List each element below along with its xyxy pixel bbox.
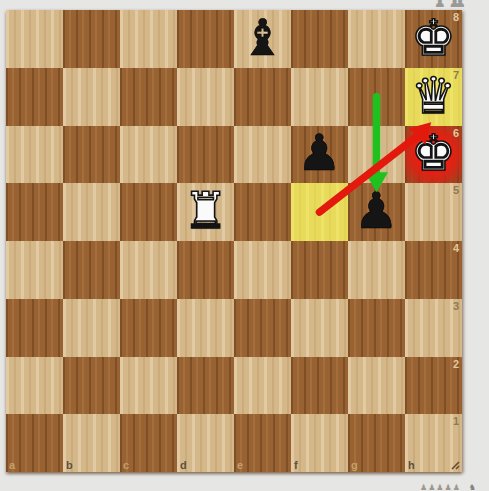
square-g7[interactable] xyxy=(348,68,405,126)
square-c8[interactable] xyxy=(120,10,177,68)
square-e4[interactable] xyxy=(234,241,291,299)
square-a5[interactable] xyxy=(6,183,63,241)
square-e1[interactable]: e xyxy=(234,414,291,472)
captured-micro-piece-icon: ♞ xyxy=(469,483,477,491)
captured-pieces-indicator-bottom: ♟♟♟♟♟ ♞ xyxy=(420,483,477,491)
square-overlay xyxy=(6,183,63,241)
square-c7[interactable] xyxy=(120,68,177,126)
chess-app-screenshot: ♟ ♟♟ ♝♚8♛7♟♚6♜♟5432abcdefg1h ♟♟♟♟♟ ♞ xyxy=(0,0,489,491)
square-b7[interactable] xyxy=(63,68,120,126)
square-f8[interactable] xyxy=(291,10,348,68)
square-overlay xyxy=(234,68,291,126)
square-b6[interactable] xyxy=(63,126,120,184)
square-d3[interactable] xyxy=(177,299,234,357)
captured-micro-pawns-icon: ♟♟♟♟♟ xyxy=(420,483,461,491)
square-e2[interactable] xyxy=(234,357,291,415)
square-f6[interactable]: ♟ xyxy=(291,126,348,184)
square-e3[interactable] xyxy=(234,299,291,357)
square-d8[interactable] xyxy=(177,10,234,68)
file-label-d: d xyxy=(180,459,187,471)
square-overlay xyxy=(291,357,348,415)
file-label-g: g xyxy=(351,459,358,471)
square-overlay xyxy=(120,299,177,357)
square-overlay xyxy=(63,241,120,299)
square-c2[interactable] xyxy=(120,357,177,415)
square-overlay xyxy=(348,299,405,357)
square-overlay xyxy=(291,414,348,472)
square-overlay xyxy=(291,68,348,126)
square-h4[interactable]: 4 xyxy=(405,241,462,299)
square-overlay xyxy=(6,357,63,415)
square-f5[interactable] xyxy=(291,183,348,241)
square-h3[interactable]: 3 xyxy=(405,299,462,357)
square-overlay xyxy=(234,357,291,415)
square-overlay xyxy=(6,126,63,184)
square-b5[interactable] xyxy=(63,183,120,241)
square-f1[interactable]: f xyxy=(291,414,348,472)
square-c3[interactable] xyxy=(120,299,177,357)
square-overlay xyxy=(234,299,291,357)
rank-label-6: 6 xyxy=(453,127,459,139)
square-overlay xyxy=(348,126,405,184)
square-b1[interactable]: b xyxy=(63,414,120,472)
square-h2[interactable]: 2 xyxy=(405,357,462,415)
square-overlay xyxy=(291,241,348,299)
square-a4[interactable] xyxy=(6,241,63,299)
square-b3[interactable] xyxy=(63,299,120,357)
square-e8[interactable]: ♝ xyxy=(234,10,291,68)
square-overlay xyxy=(63,299,120,357)
square-f4[interactable] xyxy=(291,241,348,299)
square-g5[interactable]: ♟ xyxy=(348,183,405,241)
file-label-f: f xyxy=(294,459,298,471)
square-d4[interactable] xyxy=(177,241,234,299)
square-b4[interactable] xyxy=(63,241,120,299)
square-overlay xyxy=(63,68,120,126)
square-a6[interactable] xyxy=(6,126,63,184)
piece-black-pawn[interactable]: ♟ xyxy=(348,183,405,240)
square-h8[interactable]: ♚8 xyxy=(405,10,462,68)
square-g8[interactable] xyxy=(348,10,405,68)
square-e6[interactable] xyxy=(234,126,291,184)
square-overlay xyxy=(234,126,291,184)
square-h6[interactable]: ♚6 xyxy=(405,126,462,184)
captured-pawn-icon: ♟ xyxy=(434,0,446,10)
piece-white-rook[interactable]: ♜ xyxy=(177,183,234,240)
rank-label-3: 3 xyxy=(453,300,459,312)
square-g2[interactable] xyxy=(348,357,405,415)
square-overlay xyxy=(177,10,234,68)
rank-label-2: 2 xyxy=(453,358,459,370)
square-f3[interactable] xyxy=(291,299,348,357)
square-e5[interactable] xyxy=(234,183,291,241)
square-overlay xyxy=(177,299,234,357)
square-e7[interactable] xyxy=(234,68,291,126)
square-overlay xyxy=(291,10,348,68)
square-g4[interactable] xyxy=(348,241,405,299)
file-label-h: h xyxy=(408,459,415,471)
square-overlay xyxy=(120,10,177,68)
square-overlay xyxy=(234,183,291,241)
square-overlay xyxy=(63,10,120,68)
square-b8[interactable] xyxy=(63,10,120,68)
square-overlay xyxy=(6,10,63,68)
square-g1[interactable]: g xyxy=(348,414,405,472)
square-overlay xyxy=(120,126,177,184)
square-overlay xyxy=(348,68,405,126)
square-c1[interactable]: c xyxy=(120,414,177,472)
square-a2[interactable] xyxy=(6,357,63,415)
square-a7[interactable] xyxy=(6,68,63,126)
square-overlay xyxy=(63,357,120,415)
piece-black-bishop[interactable]: ♝ xyxy=(234,10,291,67)
square-a3[interactable] xyxy=(6,299,63,357)
square-overlay xyxy=(63,183,120,241)
square-overlay xyxy=(291,299,348,357)
square-overlay xyxy=(177,68,234,126)
square-overlay xyxy=(348,357,405,415)
square-f2[interactable] xyxy=(291,357,348,415)
rank-label-5: 5 xyxy=(453,184,459,196)
square-c6[interactable] xyxy=(120,126,177,184)
file-label-e: e xyxy=(237,459,243,471)
square-d5[interactable]: ♜ xyxy=(177,183,234,241)
rank-label-4: 4 xyxy=(453,242,459,254)
square-overlay xyxy=(120,357,177,415)
square-c5[interactable] xyxy=(120,183,177,241)
square-f7[interactable] xyxy=(291,68,348,126)
square-overlay xyxy=(63,126,120,184)
square-overlay xyxy=(6,299,63,357)
square-d1[interactable]: d xyxy=(177,414,234,472)
square-h7[interactable]: ♛7 xyxy=(405,68,462,126)
last-move-highlight xyxy=(291,183,348,241)
square-a1[interactable]: a xyxy=(6,414,63,472)
square-d6[interactable] xyxy=(177,126,234,184)
file-label-a: a xyxy=(9,459,15,471)
square-g3[interactable] xyxy=(348,299,405,357)
file-label-c: c xyxy=(123,459,129,471)
square-h1[interactable]: 1h xyxy=(405,414,462,472)
square-overlay xyxy=(120,241,177,299)
square-overlay xyxy=(348,10,405,68)
square-a8[interactable] xyxy=(6,10,63,68)
square-overlay xyxy=(6,241,63,299)
rank-label-8: 8 xyxy=(453,11,459,23)
file-label-b: b xyxy=(66,459,73,471)
square-b2[interactable] xyxy=(63,357,120,415)
rank-label-7: 7 xyxy=(453,69,459,81)
square-d7[interactable] xyxy=(177,68,234,126)
square-overlay xyxy=(120,183,177,241)
board-resize-handle[interactable] xyxy=(448,458,461,471)
rank-label-1: 1 xyxy=(453,415,459,427)
square-h5[interactable]: 5 xyxy=(405,183,462,241)
square-g6[interactable] xyxy=(348,126,405,184)
square-overlay xyxy=(177,357,234,415)
square-overlay xyxy=(6,68,63,126)
square-overlay xyxy=(177,241,234,299)
square-overlay xyxy=(177,126,234,184)
captured-pieces-indicator-top: ♟ ♟♟ xyxy=(434,0,466,10)
captured-pawn-pair-icon: ♟♟ xyxy=(449,0,466,10)
square-c4[interactable] xyxy=(120,241,177,299)
square-d2[interactable] xyxy=(177,357,234,415)
piece-black-pawn[interactable]: ♟ xyxy=(291,126,348,183)
square-overlay xyxy=(120,68,177,126)
chess-board[interactable]: ♝♚8♛7♟♚6♜♟5432abcdefg1h xyxy=(6,10,462,472)
square-overlay xyxy=(348,241,405,299)
square-overlay xyxy=(234,241,291,299)
